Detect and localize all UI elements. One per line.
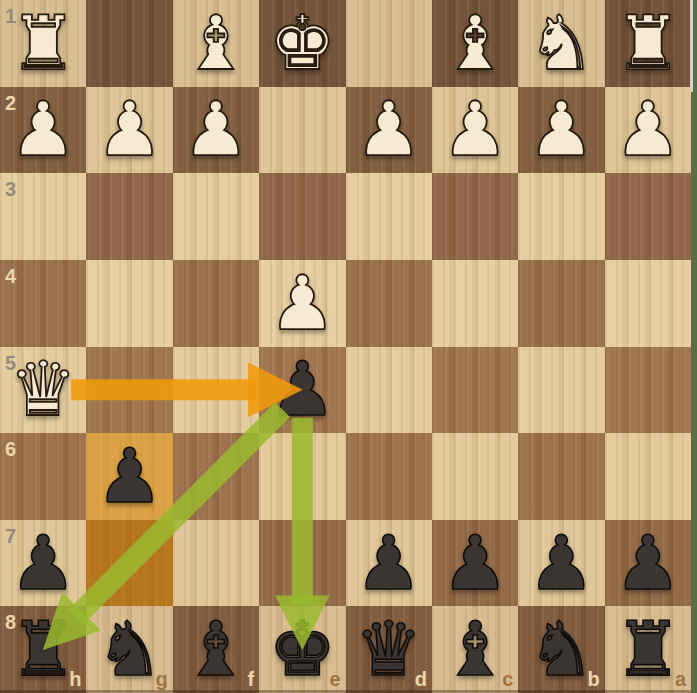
square-e7[interactable]: [259, 520, 345, 607]
square-d8[interactable]: d♛: [346, 606, 432, 693]
square-a3[interactable]: [605, 173, 691, 260]
white-knight[interactable]: ♞: [518, 0, 604, 87]
square-f6[interactable]: [173, 433, 259, 520]
black-king[interactable]: ♚: [259, 606, 345, 693]
black-pawn[interactable]: ♟: [605, 520, 691, 607]
page-edge-background: [693, 0, 697, 693]
square-f7[interactable]: [173, 520, 259, 607]
square-a5[interactable]: [605, 347, 691, 434]
black-pawn[interactable]: ♟: [518, 520, 604, 607]
square-h1[interactable]: 1♜: [0, 0, 86, 87]
black-pawn[interactable]: ♟: [432, 520, 518, 607]
white-pawn[interactable]: ♟: [0, 87, 86, 174]
square-a4[interactable]: [605, 260, 691, 347]
black-pawn[interactable]: ♟: [0, 520, 86, 607]
square-c4[interactable]: [432, 260, 518, 347]
chessboard: 1♜♝♚♝♞♜2♟♟♟♟♟♟♟34♟5♛♟6♟7♟♟♟♟♟8h♜g♞f♝e♚d♛…: [0, 0, 697, 693]
white-pawn[interactable]: ♟: [432, 87, 518, 174]
white-pawn[interactable]: ♟: [86, 87, 172, 174]
square-e5[interactable]: ♟: [259, 347, 345, 434]
square-f2[interactable]: ♟: [173, 87, 259, 174]
square-b2[interactable]: ♟: [518, 87, 604, 174]
square-e4[interactable]: ♟: [259, 260, 345, 347]
square-g1[interactable]: [86, 0, 172, 87]
black-bishop[interactable]: ♝: [432, 606, 518, 693]
black-bishop[interactable]: ♝: [173, 606, 259, 693]
square-e6[interactable]: [259, 433, 345, 520]
square-h7[interactable]: 7♟: [0, 520, 86, 607]
square-a7[interactable]: ♟: [605, 520, 691, 607]
white-rook[interactable]: ♜: [605, 0, 691, 87]
square-d2[interactable]: ♟: [346, 87, 432, 174]
square-f8[interactable]: f♝: [173, 606, 259, 693]
square-e1[interactable]: ♚: [259, 0, 345, 87]
square-b5[interactable]: [518, 347, 604, 434]
white-pawn[interactable]: ♟: [346, 87, 432, 174]
square-b4[interactable]: [518, 260, 604, 347]
square-f1[interactable]: ♝: [173, 0, 259, 87]
black-knight[interactable]: ♞: [518, 606, 604, 693]
square-b6[interactable]: [518, 433, 604, 520]
rank-label-6: 6: [5, 439, 16, 459]
black-pawn[interactable]: ♟: [86, 433, 172, 520]
square-a6[interactable]: [605, 433, 691, 520]
board-grid: 1♜♝♚♝♞♜2♟♟♟♟♟♟♟34♟5♛♟6♟7♟♟♟♟♟8h♜g♞f♝e♚d♛…: [0, 0, 691, 693]
square-g4[interactable]: [86, 260, 172, 347]
square-e2[interactable]: [259, 87, 345, 174]
square-h5[interactable]: 5♛: [0, 347, 86, 434]
square-f3[interactable]: [173, 173, 259, 260]
square-a2[interactable]: ♟: [605, 87, 691, 174]
square-g3[interactable]: [86, 173, 172, 260]
square-b3[interactable]: [518, 173, 604, 260]
square-g6[interactable]: ♟: [86, 433, 172, 520]
square-d5[interactable]: [346, 347, 432, 434]
square-d3[interactable]: [346, 173, 432, 260]
square-c8[interactable]: c♝: [432, 606, 518, 693]
rank-label-4: 4: [5, 266, 16, 286]
white-pawn[interactable]: ♟: [518, 87, 604, 174]
square-h8[interactable]: 8h♜: [0, 606, 86, 693]
square-c5[interactable]: [432, 347, 518, 434]
white-rook[interactable]: ♜: [0, 0, 86, 87]
square-c2[interactable]: ♟: [432, 87, 518, 174]
square-e8[interactable]: e♚: [259, 606, 345, 693]
black-knight[interactable]: ♞: [86, 606, 172, 693]
white-bishop[interactable]: ♝: [173, 0, 259, 87]
square-c7[interactable]: ♟: [432, 520, 518, 607]
black-queen[interactable]: ♛: [346, 606, 432, 693]
black-pawn[interactable]: ♟: [259, 347, 345, 434]
square-g2[interactable]: ♟: [86, 87, 172, 174]
last-move-highlight-g7: [86, 520, 172, 607]
square-d6[interactable]: [346, 433, 432, 520]
square-h3[interactable]: 3: [0, 173, 86, 260]
square-b1[interactable]: ♞: [518, 0, 604, 87]
square-d4[interactable]: [346, 260, 432, 347]
rank-label-3: 3: [5, 179, 16, 199]
square-f4[interactable]: [173, 260, 259, 347]
square-g8[interactable]: g♞: [86, 606, 172, 693]
square-h4[interactable]: 4: [0, 260, 86, 347]
white-pawn[interactable]: ♟: [173, 87, 259, 174]
square-f5[interactable]: [173, 347, 259, 434]
square-h6[interactable]: 6: [0, 433, 86, 520]
white-bishop[interactable]: ♝: [432, 0, 518, 87]
black-rook[interactable]: ♜: [605, 606, 691, 693]
white-king[interactable]: ♚: [259, 0, 345, 87]
square-c3[interactable]: [432, 173, 518, 260]
square-c1[interactable]: ♝: [432, 0, 518, 87]
square-b8[interactable]: b♞: [518, 606, 604, 693]
white-queen[interactable]: ♛: [0, 347, 86, 434]
square-g5[interactable]: [86, 347, 172, 434]
square-d1[interactable]: [346, 0, 432, 87]
square-b7[interactable]: ♟: [518, 520, 604, 607]
white-pawn[interactable]: ♟: [605, 87, 691, 174]
square-c6[interactable]: [432, 433, 518, 520]
black-rook[interactable]: ♜: [0, 606, 86, 693]
square-e3[interactable]: [259, 173, 345, 260]
square-d7[interactable]: ♟: [346, 520, 432, 607]
square-a8[interactable]: a♜: [605, 606, 691, 693]
white-pawn[interactable]: ♟: [259, 260, 345, 347]
black-pawn[interactable]: ♟: [346, 520, 432, 607]
square-a1[interactable]: ♜: [605, 0, 691, 87]
square-g7[interactable]: [86, 520, 172, 607]
square-h2[interactable]: 2♟: [0, 87, 86, 174]
